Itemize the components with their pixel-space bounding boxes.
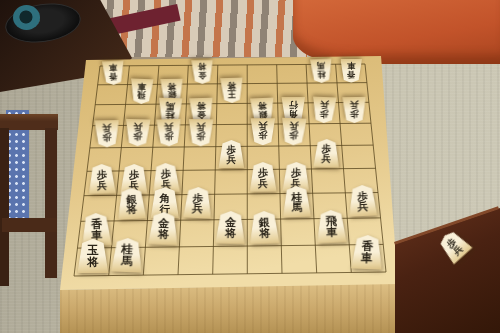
- piece-kanji: 金将: [199, 63, 207, 80]
- piece-kanji: 玉将: [87, 245, 99, 269]
- shogi-piece-gote-king-gote[interactable]: 王将: [220, 78, 244, 104]
- piece-kanji: 金将: [157, 218, 169, 241]
- shogi-piece-sente-gold[interactable]: 金将: [147, 211, 179, 245]
- piece-kanji: 歩兵: [96, 169, 107, 190]
- shogi-piece-gote-pawn[interactable]: 歩兵: [125, 119, 151, 147]
- piece-kanji: 歩兵: [102, 123, 112, 142]
- piece-kanji: 桂馬: [317, 62, 326, 79]
- piece-kanji: 歩兵: [192, 192, 203, 214]
- shogi-piece-gote-lance[interactable]: 香車: [102, 61, 125, 86]
- piece-kanji: 歩兵: [164, 122, 174, 141]
- piece-kanji: 銀将: [258, 217, 270, 240]
- shogi-piece-gote-pawn[interactable]: 歩兵: [156, 119, 182, 147]
- piece-face: 玉将: [77, 239, 109, 273]
- piece-face: 銀将: [116, 187, 147, 219]
- piece-face: 歩兵: [94, 119, 120, 147]
- piece-kanji: 金将: [225, 217, 237, 240]
- shogi-piece-gote-pawn[interactable]: 歩兵: [94, 119, 120, 147]
- piece-face: 桂馬: [110, 238, 144, 274]
- piece-face: 歩兵: [342, 97, 367, 123]
- piece-kanji: 銀将: [258, 101, 268, 119]
- piece-kanji: 飛車: [137, 82, 146, 100]
- shogi-piece-sente-pawn[interactable]: 歩兵: [218, 140, 245, 169]
- shogi-piece-gote-rook[interactable]: 飛車: [129, 79, 154, 105]
- piece-face: 歩兵: [187, 118, 213, 146]
- piece-face: 歩兵: [281, 117, 308, 145]
- piece-face: 歩兵: [250, 118, 276, 145]
- shogi-piece-sente-pawn[interactable]: 歩兵: [182, 186, 213, 218]
- piece-face: 歩兵: [182, 186, 213, 218]
- shogi-piece-sente-knight[interactable]: 桂馬: [282, 185, 312, 217]
- pieces-layer: 香車金将桂馬香車飛車銀将王将桂馬金将銀将角行歩兵歩兵歩兵歩兵歩兵歩兵歩兵歩兵歩兵…: [0, 0, 500, 333]
- piece-kanji: 銀将: [126, 193, 137, 215]
- shogi-piece-gote-pawn[interactable]: 歩兵: [342, 97, 367, 123]
- piece-kanji: 歩兵: [289, 121, 299, 140]
- shogi-piece-gote-knight[interactable]: 桂馬: [310, 59, 333, 84]
- piece-kanji: 歩兵: [322, 144, 332, 164]
- piece-kanji: 桂馬: [166, 102, 175, 120]
- piece-face: 歩兵: [347, 184, 378, 216]
- piece-kanji: 歩兵: [445, 236, 465, 256]
- captured-piece-pawn[interactable]: 歩兵: [435, 227, 473, 265]
- piece-kanji: 金将: [197, 101, 206, 119]
- piece-kanji: 飛車: [325, 216, 337, 239]
- shogi-piece-sente-pawn[interactable]: 歩兵: [313, 139, 341, 168]
- piece-face: 歩兵: [313, 139, 341, 168]
- shogi-scene: { "game": "shogi", "position": { "sfen":…: [0, 0, 500, 333]
- piece-kanji: 歩兵: [196, 122, 206, 141]
- piece-face: 金将: [147, 211, 179, 245]
- piece-face: 歩兵: [125, 119, 151, 147]
- piece-kanji: 王将: [228, 81, 237, 98]
- piece-kanji: 歩兵: [227, 145, 237, 165]
- shogi-piece-sente-pawn[interactable]: 歩兵: [87, 164, 116, 195]
- piece-kanji: 角行: [289, 101, 298, 119]
- piece-face: 桂馬: [310, 59, 333, 84]
- shogi-piece-sente-gold[interactable]: 金将: [215, 211, 247, 245]
- shogi-piece-sente-silver[interactable]: 銀将: [248, 210, 280, 244]
- piece-face: 歩兵: [218, 140, 245, 169]
- piece-kanji: 銀将: [167, 82, 176, 99]
- piece-kanji: 歩兵: [258, 122, 267, 141]
- piece-face: 王将: [220, 78, 244, 104]
- piece-kanji: 桂馬: [291, 191, 302, 213]
- piece-face: 香車: [351, 235, 385, 271]
- piece-face: 歩兵: [249, 162, 278, 192]
- piece-face: 金将: [191, 60, 214, 84]
- piece-face: 歩兵: [156, 119, 182, 147]
- piece-kanji: 歩兵: [133, 123, 143, 142]
- piece-kanji: 歩兵: [129, 169, 139, 190]
- piece-face: 歩兵: [87, 164, 116, 195]
- piece-kanji: 歩兵: [350, 100, 359, 118]
- shogi-piece-gote-pawn[interactable]: 歩兵: [250, 118, 276, 145]
- shogi-piece-sente-king-sente[interactable]: 玉将: [77, 239, 109, 273]
- shogi-piece-sente-rook[interactable]: 飛車: [315, 209, 347, 243]
- shogi-piece-sente-pawn[interactable]: 歩兵: [347, 184, 378, 216]
- shogi-piece-sente-knight[interactable]: 桂馬: [110, 238, 144, 274]
- piece-face: 歩兵: [311, 97, 337, 124]
- shogi-piece-sente-silver[interactable]: 銀将: [116, 187, 147, 219]
- piece-kanji: 桂馬: [121, 244, 134, 268]
- piece-kanji: 香車: [361, 241, 374, 265]
- piece-face: 金将: [215, 211, 247, 245]
- piece-face: 香車: [340, 59, 362, 83]
- shogi-piece-gote-pawn[interactable]: 歩兵: [281, 117, 308, 145]
- shogi-piece-gote-pawn[interactable]: 歩兵: [187, 118, 213, 146]
- piece-face: 香車: [102, 61, 125, 86]
- shogi-piece-gote-gold[interactable]: 金将: [191, 60, 214, 84]
- piece-kanji: 香車: [109, 64, 118, 81]
- piece-face: 歩兵: [435, 227, 473, 265]
- piece-face: 銀将: [248, 210, 280, 244]
- piece-kanji: 歩兵: [319, 100, 329, 118]
- shogi-piece-gote-lance[interactable]: 香車: [340, 59, 362, 83]
- piece-kanji: 歩兵: [357, 190, 368, 212]
- piece-face: 飛車: [315, 209, 347, 243]
- piece-kanji: 香車: [347, 62, 355, 79]
- shogi-piece-gote-pawn[interactable]: 歩兵: [311, 97, 337, 124]
- shogi-piece-sente-lance[interactable]: 香車: [351, 235, 385, 271]
- shogi-piece-sente-pawn[interactable]: 歩兵: [249, 162, 278, 192]
- piece-face: 飛車: [129, 79, 154, 105]
- piece-face: 桂馬: [282, 185, 312, 217]
- piece-kanji: 歩兵: [258, 168, 268, 189]
